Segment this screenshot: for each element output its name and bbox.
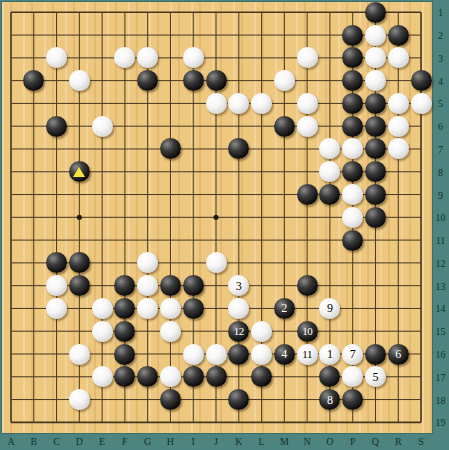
black-stone [274, 116, 295, 137]
black-stone [365, 2, 386, 23]
white-stone [69, 344, 90, 365]
black-stone [206, 70, 227, 91]
white-stone [160, 321, 181, 342]
black-stone [365, 184, 386, 205]
black-stone [183, 275, 204, 296]
black-stone: 2 [274, 298, 295, 319]
row-label-16: 16 [432, 349, 449, 360]
column-label-B: B [27, 436, 41, 447]
white-stone [297, 93, 318, 114]
white-stone [251, 93, 272, 114]
black-stone [69, 161, 90, 182]
white-stone [388, 116, 409, 137]
white-stone [274, 70, 295, 91]
column-label-D: D [72, 436, 86, 447]
white-stone [388, 47, 409, 68]
black-stone: 6 [388, 344, 409, 365]
black-stone [297, 275, 318, 296]
white-stone [92, 321, 113, 342]
column-label-N: N [300, 436, 314, 447]
row-label-15: 15 [432, 326, 449, 337]
move-number-10: 10 [302, 325, 312, 337]
white-stone [365, 70, 386, 91]
white-stone [411, 93, 432, 114]
row-label-6: 6 [432, 121, 449, 132]
move-number-9: 9 [327, 302, 333, 314]
white-stone [183, 47, 204, 68]
white-stone [92, 298, 113, 319]
white-stone [297, 47, 318, 68]
row-label-14: 14 [432, 303, 449, 314]
white-stone [206, 252, 227, 273]
move-number-8: 8 [327, 394, 333, 406]
black-stone [388, 25, 409, 46]
column-label-J: J [209, 436, 223, 447]
white-stone [206, 344, 227, 365]
black-stone [114, 321, 135, 342]
column-label-C: C [50, 436, 64, 447]
move-number-4: 4 [281, 348, 287, 360]
black-stone [160, 275, 181, 296]
black-stone [160, 389, 181, 410]
star-point [213, 215, 218, 220]
move-number-5: 5 [372, 371, 378, 383]
white-stone [69, 389, 90, 410]
column-label-H: H [163, 436, 177, 447]
column-label-O: O [323, 436, 337, 447]
black-stone [342, 230, 363, 251]
black-stone [342, 93, 363, 114]
row-label-2: 2 [432, 30, 449, 41]
black-stone [365, 344, 386, 365]
row-label-4: 4 [432, 76, 449, 87]
column-label-P: P [346, 436, 360, 447]
white-stone [69, 70, 90, 91]
move-number-2: 2 [281, 302, 287, 314]
column-label-R: R [391, 436, 405, 447]
white-stone [92, 366, 113, 387]
black-stone: 4 [274, 344, 295, 365]
row-label-17: 17 [432, 372, 449, 383]
row-label-11: 11 [432, 235, 449, 246]
black-stone [206, 366, 227, 387]
black-stone [411, 70, 432, 91]
move-number-11: 11 [302, 348, 312, 360]
row-label-7: 7 [432, 144, 449, 155]
row-label-13: 13 [432, 281, 449, 292]
triangle-mark-icon [73, 167, 85, 177]
star-point [77, 215, 82, 220]
black-stone [365, 93, 386, 114]
row-label-3: 3 [432, 53, 449, 64]
move-number-6: 6 [395, 348, 401, 360]
column-label-A: A [4, 436, 18, 447]
white-stone [251, 344, 272, 365]
white-stone: 11 [297, 344, 318, 365]
row-label-5: 5 [432, 98, 449, 109]
column-label-F: F [118, 436, 132, 447]
move-number-12: 12 [234, 325, 244, 337]
black-stone [342, 25, 363, 46]
black-stone [365, 207, 386, 228]
black-stone [297, 184, 318, 205]
black-stone [183, 298, 204, 319]
row-label-19: 19 [432, 417, 449, 428]
white-stone [206, 93, 227, 114]
black-stone [46, 116, 67, 137]
white-stone [92, 116, 113, 137]
black-stone: 12 [228, 321, 249, 342]
column-label-I: I [186, 436, 200, 447]
column-label-K: K [232, 436, 246, 447]
black-stone [183, 366, 204, 387]
column-label-M: M [277, 436, 291, 447]
white-stone: 1 [319, 344, 340, 365]
white-stone [342, 207, 363, 228]
column-label-S: S [414, 436, 428, 447]
row-label-18: 18 [432, 395, 449, 406]
row-label-8: 8 [432, 167, 449, 178]
row-label-9: 9 [432, 190, 449, 201]
move-number-7: 7 [350, 348, 356, 360]
black-stone [69, 275, 90, 296]
black-stone: 10 [297, 321, 318, 342]
white-stone [388, 93, 409, 114]
move-number-1: 1 [327, 348, 333, 360]
row-label-10: 10 [432, 212, 449, 223]
white-stone [251, 321, 272, 342]
black-stone [228, 344, 249, 365]
move-number-3: 3 [236, 280, 242, 292]
column-label-L: L [255, 436, 269, 447]
white-stone [137, 298, 158, 319]
column-label-G: G [141, 436, 155, 447]
row-label-12: 12 [432, 258, 449, 269]
row-label-1: 1 [432, 7, 449, 18]
black-stone [365, 116, 386, 137]
black-stone [114, 344, 135, 365]
white-stone: 7 [342, 344, 363, 365]
white-stone [365, 25, 386, 46]
black-stone [183, 70, 204, 91]
white-stone [46, 298, 67, 319]
black-stone [342, 116, 363, 137]
goban[interactable]: 329121041117658 [2, 2, 432, 433]
white-stone [297, 116, 318, 137]
white-stone [183, 344, 204, 365]
column-label-E: E [95, 436, 109, 447]
go-app: 329121041117658 ABCDEFGHIJKLMNOPQRS12345… [0, 0, 449, 450]
white-stone [160, 298, 181, 319]
column-label-Q: Q [368, 436, 382, 447]
